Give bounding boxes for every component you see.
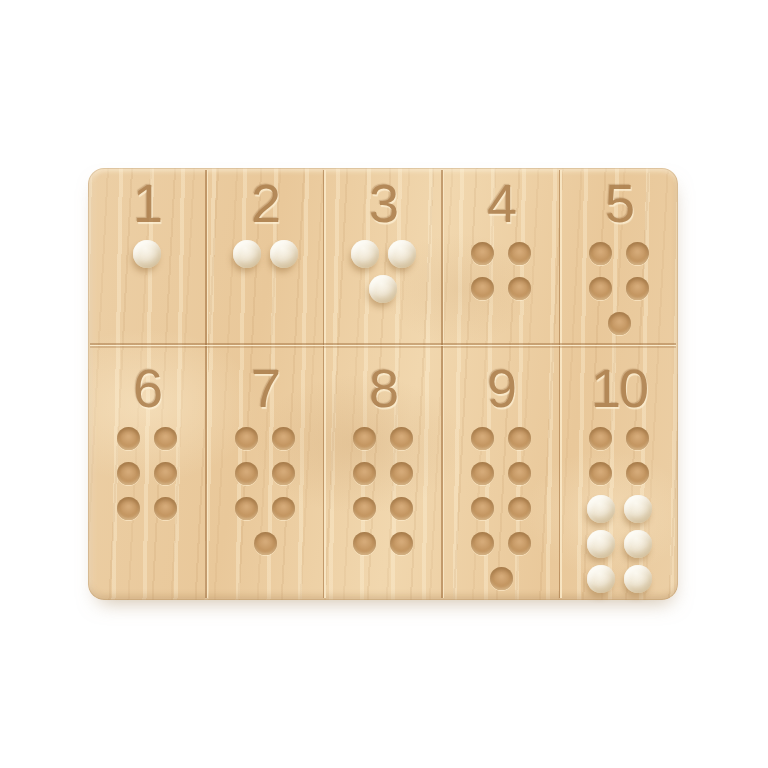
cell-4: 4	[442, 168, 560, 345]
counting-hole	[490, 567, 513, 590]
hole-grid-3	[346, 236, 420, 306]
hole-slot	[383, 421, 420, 456]
hole-slot	[346, 526, 383, 561]
counting-hole	[471, 497, 494, 520]
counting-hole	[390, 427, 413, 450]
carved-numeral-8: 8	[369, 345, 397, 421]
carved-numeral-7: 7	[251, 345, 279, 421]
wooden-ball[interactable]	[587, 565, 615, 593]
counting-hole	[154, 427, 177, 450]
counting-board: 12345678910	[88, 168, 678, 600]
counting-hole	[471, 277, 494, 300]
hole-slot	[129, 236, 166, 271]
counting-hole	[471, 532, 494, 555]
carved-numeral-10: 10	[591, 345, 647, 421]
hole-slot	[228, 421, 265, 456]
hole-slot	[619, 526, 656, 561]
hole-slot	[110, 491, 147, 526]
counting-hole	[608, 312, 631, 335]
hole-slot	[501, 491, 538, 526]
hole-grid-7	[228, 421, 302, 561]
counting-hole	[589, 277, 612, 300]
wooden-ball[interactable]	[351, 240, 379, 268]
carved-numeral-1: 1	[133, 168, 161, 236]
hole-slot	[501, 526, 538, 561]
hole-slot	[265, 491, 302, 526]
hole-slot	[346, 421, 383, 456]
hole-slot	[601, 306, 638, 341]
hole-slot	[619, 561, 656, 596]
counting-hole	[626, 427, 649, 450]
hole-slot	[110, 456, 147, 491]
wooden-ball[interactable]	[388, 240, 416, 268]
board-grid: 12345678910	[88, 168, 678, 600]
hole-slot	[619, 491, 656, 526]
counting-hole	[353, 427, 376, 450]
wooden-ball[interactable]	[369, 275, 397, 303]
hole-slot	[464, 491, 501, 526]
hole-slot	[346, 456, 383, 491]
hole-slot	[228, 236, 265, 271]
carved-numeral-4: 4	[487, 168, 515, 236]
hole-grid-1	[110, 236, 184, 271]
counting-hole	[589, 242, 612, 265]
hole-slot	[501, 421, 538, 456]
carved-numeral-6: 6	[133, 345, 161, 421]
cell-2: 2	[206, 168, 324, 345]
hole-slot	[483, 561, 520, 596]
hole-slot	[110, 421, 147, 456]
counting-hole	[117, 427, 140, 450]
hole-slot	[147, 421, 184, 456]
cell-8: 8	[324, 345, 442, 600]
cell-5: 5	[560, 168, 678, 345]
cell-1: 1	[88, 168, 206, 345]
product-photo-canvas: 12345678910	[0, 0, 768, 768]
hole-slot	[346, 236, 383, 271]
counting-hole	[589, 427, 612, 450]
hole-slot	[582, 271, 619, 306]
wooden-ball[interactable]	[624, 495, 652, 523]
carved-numeral-5: 5	[605, 168, 633, 236]
hole-slot	[464, 271, 501, 306]
counting-hole	[272, 427, 295, 450]
counting-hole	[235, 427, 258, 450]
counting-hole	[471, 242, 494, 265]
counting-hole	[508, 497, 531, 520]
hole-slot	[464, 526, 501, 561]
counting-hole	[626, 462, 649, 485]
cell-7: 7	[206, 345, 324, 600]
cell-10: 10	[560, 345, 678, 600]
hole-slot	[147, 491, 184, 526]
hole-grid-10	[582, 421, 656, 596]
counting-hole	[353, 532, 376, 555]
carved-numeral-9: 9	[487, 345, 515, 421]
hole-slot	[619, 456, 656, 491]
hole-grid-2	[228, 236, 302, 271]
hole-slot	[265, 456, 302, 491]
hole-slot	[582, 421, 619, 456]
hole-slot	[265, 236, 302, 271]
hole-slot	[346, 491, 383, 526]
counting-hole	[117, 462, 140, 485]
hole-slot	[383, 491, 420, 526]
hole-slot	[619, 236, 656, 271]
counting-hole	[235, 497, 258, 520]
cell-6: 6	[88, 345, 206, 600]
counting-hole	[390, 532, 413, 555]
cell-9: 9	[442, 345, 560, 600]
hole-slot	[365, 271, 402, 306]
hole-slot	[619, 421, 656, 456]
hole-grid-8	[346, 421, 420, 561]
carved-numeral-3: 3	[369, 168, 397, 236]
hole-slot	[501, 456, 538, 491]
wooden-ball[interactable]	[587, 530, 615, 558]
hole-slot	[582, 561, 619, 596]
cell-3: 3	[324, 168, 442, 345]
hole-slot	[228, 456, 265, 491]
counting-hole	[471, 427, 494, 450]
wooden-ball[interactable]	[587, 495, 615, 523]
counting-hole	[508, 427, 531, 450]
hole-slot	[464, 236, 501, 271]
hole-slot	[228, 491, 265, 526]
hole-slot	[464, 421, 501, 456]
counting-hole	[390, 497, 413, 520]
hole-slot	[582, 526, 619, 561]
wooden-ball[interactable]	[624, 565, 652, 593]
wooden-ball[interactable]	[233, 240, 261, 268]
hole-slot	[582, 236, 619, 271]
hole-slot	[265, 421, 302, 456]
counting-hole	[626, 242, 649, 265]
counting-hole	[508, 532, 531, 555]
hole-grid-6	[110, 421, 184, 526]
counting-hole	[508, 462, 531, 485]
counting-hole	[589, 462, 612, 485]
counting-hole	[254, 532, 277, 555]
hole-slot	[501, 271, 538, 306]
counting-hole	[235, 462, 258, 485]
hole-slot	[383, 526, 420, 561]
hole-slot	[247, 526, 284, 561]
counting-hole	[508, 277, 531, 300]
hole-slot	[582, 456, 619, 491]
counting-hole	[353, 497, 376, 520]
hole-grid-5	[582, 236, 656, 341]
hole-slot	[464, 456, 501, 491]
counting-hole	[508, 242, 531, 265]
hole-slot	[619, 271, 656, 306]
hole-slot	[383, 456, 420, 491]
hole-slot	[147, 456, 184, 491]
carved-numeral-2: 2	[251, 168, 279, 236]
hole-grid-9	[464, 421, 538, 596]
counting-hole	[353, 462, 376, 485]
counting-hole	[626, 277, 649, 300]
counting-hole	[390, 462, 413, 485]
counting-hole	[272, 497, 295, 520]
counting-hole	[471, 462, 494, 485]
wooden-ball[interactable]	[624, 530, 652, 558]
wooden-ball[interactable]	[270, 240, 298, 268]
counting-hole	[154, 497, 177, 520]
hole-grid-4	[464, 236, 538, 306]
counting-hole	[272, 462, 295, 485]
hole-slot	[383, 236, 420, 271]
hole-slot	[582, 491, 619, 526]
counting-hole	[154, 462, 177, 485]
hole-slot	[501, 236, 538, 271]
wooden-ball[interactable]	[133, 240, 161, 268]
counting-hole	[117, 497, 140, 520]
